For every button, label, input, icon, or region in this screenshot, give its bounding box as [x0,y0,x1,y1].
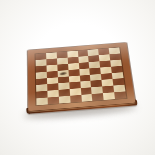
square-e1 [81,94,93,102]
square-b1 [47,97,58,105]
board-grid [35,47,128,106]
wood-knot [59,71,67,75]
chessboard [28,42,136,111]
square-f1 [92,93,104,101]
square-g1 [103,92,115,100]
square-h1 [114,91,126,99]
photo-background [0,0,155,155]
square-d1 [70,95,82,103]
board-scene [0,0,155,155]
board-frame [28,42,136,111]
square-a1 [36,98,47,106]
square-c1 [59,96,71,104]
board-stack [24,20,135,131]
